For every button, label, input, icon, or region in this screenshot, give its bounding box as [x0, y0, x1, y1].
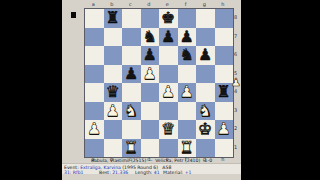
- black-to-move-indicator: [71, 12, 76, 18]
- square-b1[interactable]: [104, 139, 123, 158]
- white-p-piece-e4[interactable]: ♟: [161, 84, 175, 100]
- square-e7[interactable]: ♟: [159, 28, 178, 47]
- square-g5[interactable]: [196, 65, 215, 84]
- square-e6[interactable]: [159, 46, 178, 65]
- square-a2[interactable]: ♟: [85, 120, 104, 139]
- black-r-piece-h4[interactable]: ♜: [217, 84, 231, 100]
- black-p-piece-f7[interactable]: ♟: [180, 29, 194, 45]
- square-e2[interactable]: ♛: [159, 120, 178, 139]
- square-c2[interactable]: [122, 120, 141, 139]
- square-h1[interactable]: [215, 139, 234, 158]
- square-a1[interactable]: [85, 139, 104, 158]
- square-c7[interactable]: [122, 28, 141, 47]
- square-b4[interactable]: ♛: [104, 83, 123, 102]
- white-r-piece-c1[interactable]: ♜: [124, 140, 138, 156]
- square-b7[interactable]: [104, 28, 123, 47]
- square-a5[interactable]: [85, 65, 104, 84]
- white-p-piece-h2[interactable]: ♟: [217, 121, 231, 137]
- square-c5[interactable]: ♟: [122, 65, 141, 84]
- square-c8[interactable]: [122, 9, 141, 28]
- square-e3[interactable]: [159, 102, 178, 121]
- square-b8[interactable]: ♜: [104, 9, 123, 28]
- material-advantage-pawn-icon: ♟: [231, 77, 241, 88]
- chess-board[interactable]: ♜♚♞♟♟♟♞♟♟♟♛♟♟♜♟♞♞♟♛♚♟♜♜: [84, 8, 234, 158]
- black-p-piece-c5[interactable]: ♟: [124, 66, 138, 82]
- chess-app-window: abcdefgh ♜♚♞♟♟♟♞♟♟♟♛♟♟♜♟♞♞♟♛♚♟♜♜ abcdefg…: [62, 0, 241, 180]
- square-c3[interactable]: ♞: [122, 102, 141, 121]
- square-f2[interactable]: [178, 120, 197, 139]
- white-p-piece-b3[interactable]: ♟: [106, 103, 120, 119]
- file-label-top-c: c: [121, 1, 140, 7]
- square-h7[interactable]: [215, 28, 234, 47]
- black-r-piece-b8[interactable]: ♜: [106, 10, 120, 26]
- square-e4[interactable]: ♟: [159, 83, 178, 102]
- file-label-top-g: g: [195, 1, 214, 7]
- current-move-token[interactable]: 31: Rfb1: [64, 170, 84, 175]
- square-f7[interactable]: ♟: [178, 28, 197, 47]
- square-b3[interactable]: ♟: [104, 102, 123, 121]
- square-g6[interactable]: ♟: [196, 46, 215, 65]
- white-n-piece-g3[interactable]: ♞: [198, 103, 212, 119]
- square-d6[interactable]: ♟: [141, 46, 160, 65]
- game-players-line: Babula, Vlastimil (2515) -- Velicka, Pet…: [62, 158, 241, 163]
- square-d5[interactable]: ♟: [141, 65, 160, 84]
- file-label-top-e: e: [158, 1, 177, 7]
- square-d3[interactable]: [141, 102, 160, 121]
- rank-label-3: 3: [234, 101, 242, 120]
- square-a4[interactable]: [85, 83, 104, 102]
- square-d2[interactable]: [141, 120, 160, 139]
- square-g2[interactable]: ♚: [196, 120, 215, 139]
- square-a8[interactable]: [85, 9, 104, 28]
- square-e1[interactable]: [159, 139, 178, 158]
- square-e8[interactable]: ♚: [159, 9, 178, 28]
- file-label-top-b: b: [103, 1, 122, 7]
- file-label-top-h: h: [214, 1, 233, 7]
- square-c1[interactable]: ♜: [122, 139, 141, 158]
- black-n-piece-d7[interactable]: ♞: [143, 29, 157, 45]
- square-a6[interactable]: [85, 46, 104, 65]
- square-f4[interactable]: ♟: [178, 83, 197, 102]
- length-stat: Length: 41: [135, 170, 160, 175]
- square-c4[interactable]: [122, 83, 141, 102]
- black-p-piece-e7[interactable]: ♟: [161, 29, 175, 45]
- square-h8[interactable]: [215, 9, 234, 28]
- black-p-piece-d6[interactable]: ♟: [143, 47, 157, 63]
- square-c6[interactable]: [122, 46, 141, 65]
- square-h2[interactable]: ♟: [215, 120, 234, 139]
- white-q-piece-e2[interactable]: ♛: [161, 121, 175, 137]
- square-d1[interactable]: [141, 139, 160, 158]
- white-p-piece-f4[interactable]: ♟: [180, 84, 194, 100]
- square-b6[interactable]: [104, 46, 123, 65]
- square-g7[interactable]: [196, 28, 215, 47]
- square-f6[interactable]: ♞: [178, 46, 197, 65]
- file-label-top-f: f: [177, 1, 196, 7]
- game-info-panel: Event: Extraliga, Karvina (1995 Round 6)…: [62, 163, 241, 174]
- black-p-piece-g6[interactable]: ♟: [198, 47, 212, 63]
- white-p-piece-d5[interactable]: ♟: [143, 66, 157, 82]
- best-stat: Best: 21.336: [99, 170, 128, 175]
- white-n-piece-c3[interactable]: ♞: [124, 103, 138, 119]
- square-b5[interactable]: [104, 65, 123, 84]
- square-g8[interactable]: [196, 9, 215, 28]
- square-g1[interactable]: [196, 139, 215, 158]
- square-a7[interactable]: [85, 28, 104, 47]
- square-d4[interactable]: [141, 83, 160, 102]
- rank-label-7: 7: [234, 27, 242, 46]
- material-stat: Material: +1: [163, 170, 191, 175]
- black-q-piece-b4[interactable]: ♛: [106, 84, 120, 100]
- rank-label-1: 1: [234, 138, 242, 157]
- file-label-top-d: d: [140, 1, 159, 7]
- white-p-piece-a2[interactable]: ♟: [87, 121, 101, 137]
- square-d8[interactable]: [141, 9, 160, 28]
- file-label-top-a: a: [84, 1, 103, 7]
- square-h3[interactable]: [215, 102, 234, 121]
- square-f1[interactable]: ♜: [178, 139, 197, 158]
- rank-label-8: 8: [234, 8, 242, 27]
- square-g3[interactable]: ♞: [196, 102, 215, 121]
- square-g4[interactable]: [196, 83, 215, 102]
- black-k-piece-e8[interactable]: ♚: [161, 10, 175, 26]
- square-f5[interactable]: [178, 65, 197, 84]
- black-n-piece-f6[interactable]: ♞: [180, 47, 194, 63]
- square-b2[interactable]: [104, 120, 123, 139]
- square-h6[interactable]: [215, 46, 234, 65]
- white-r-piece-f1[interactable]: ♜: [180, 140, 194, 156]
- rank-label-2: 2: [234, 119, 242, 138]
- square-d7[interactable]: ♞: [141, 28, 160, 47]
- white-k-piece-g2[interactable]: ♚: [198, 121, 212, 137]
- video-frame: abcdefgh ♜♚♞♟♟♟♞♟♟♟♛♟♟♜♟♞♞♟♛♚♟♜♜ abcdefg…: [0, 0, 320, 180]
- square-e5[interactable]: [159, 65, 178, 84]
- square-f8[interactable]: [178, 9, 197, 28]
- rank-label-6: 6: [234, 45, 242, 64]
- square-a3[interactable]: [85, 102, 104, 121]
- square-f3[interactable]: [178, 102, 197, 121]
